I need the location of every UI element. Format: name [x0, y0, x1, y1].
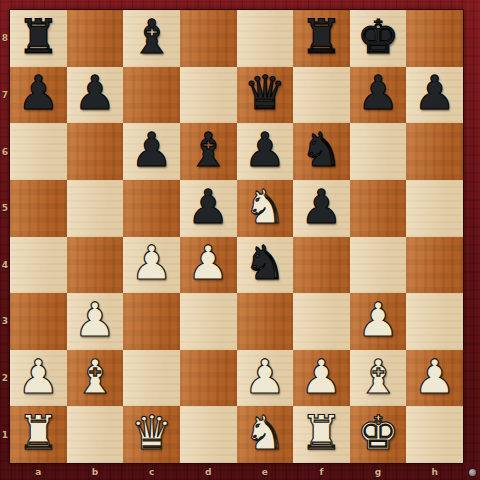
piece-black-rook-f8[interactable]: ♜: [300, 13, 342, 60]
piece-black-pawn-c6[interactable]: ♟: [130, 126, 172, 173]
rank-label-6: 6: [0, 123, 10, 180]
square-b1[interactable]: [67, 406, 124, 463]
square-g3[interactable]: ♟: [350, 293, 407, 350]
square-h7[interactable]: ♟: [406, 67, 463, 124]
corner-dot: [469, 469, 476, 476]
square-c3[interactable]: [123, 293, 180, 350]
square-d2[interactable]: [180, 350, 237, 407]
chess-board-frame: ♜♝♜♚♟♟♛♟♟♟♝♟♞♟♞♟♟♟♞♟♟♟♝♟♟♝♟♜♛♞♜♚ 8765432…: [0, 0, 480, 480]
square-g6[interactable]: [350, 123, 407, 180]
square-f8[interactable]: ♜: [293, 10, 350, 67]
square-c8[interactable]: ♝: [123, 10, 180, 67]
piece-black-pawn-g7[interactable]: ♟: [357, 69, 399, 116]
square-c6[interactable]: ♟: [123, 123, 180, 180]
square-g5[interactable]: [350, 180, 407, 237]
square-g4[interactable]: [350, 237, 407, 294]
square-c5[interactable]: [123, 180, 180, 237]
piece-white-pawn-f2[interactable]: ♟: [300, 353, 342, 400]
square-h3[interactable]: [406, 293, 463, 350]
chess-board: ♜♝♜♚♟♟♛♟♟♟♝♟♞♟♞♟♟♟♞♟♟♟♝♟♟♝♟♜♛♞♜♚: [10, 10, 463, 463]
piece-white-queen-c1[interactable]: ♛: [130, 409, 172, 456]
square-b6[interactable]: [67, 123, 124, 180]
square-h2[interactable]: ♟: [406, 350, 463, 407]
square-a8[interactable]: ♜: [10, 10, 67, 67]
piece-black-pawn-f5[interactable]: ♟: [300, 183, 342, 230]
square-c7[interactable]: [123, 67, 180, 124]
square-e4[interactable]: ♞: [237, 237, 294, 294]
file-label-d: d: [180, 463, 237, 480]
piece-white-rook-a1[interactable]: ♜: [17, 409, 59, 456]
piece-white-pawn-e2[interactable]: ♟: [244, 353, 286, 400]
square-d4[interactable]: ♟: [180, 237, 237, 294]
piece-black-queen-e7[interactable]: ♛: [244, 69, 286, 116]
square-h6[interactable]: [406, 123, 463, 180]
square-a2[interactable]: ♟: [10, 350, 67, 407]
piece-white-pawn-h2[interactable]: ♟: [414, 353, 456, 400]
square-f2[interactable]: ♟: [293, 350, 350, 407]
square-b2[interactable]: ♝: [67, 350, 124, 407]
square-d7[interactable]: [180, 67, 237, 124]
rank-label-5: 5: [0, 180, 10, 237]
file-label-g: g: [350, 463, 407, 480]
square-b7[interactable]: ♟: [67, 67, 124, 124]
file-label-a: a: [10, 463, 67, 480]
square-f5[interactable]: ♟: [293, 180, 350, 237]
file-label-b: b: [67, 463, 124, 480]
piece-black-pawn-d5[interactable]: ♟: [187, 183, 229, 230]
file-label-c: c: [123, 463, 180, 480]
square-b5[interactable]: [67, 180, 124, 237]
rank-label-3: 3: [0, 293, 10, 350]
piece-white-bishop-g2[interactable]: ♝: [357, 353, 399, 400]
square-a6[interactable]: [10, 123, 67, 180]
square-c1[interactable]: ♛: [123, 406, 180, 463]
square-d5[interactable]: ♟: [180, 180, 237, 237]
square-a4[interactable]: [10, 237, 67, 294]
piece-black-bishop-c8[interactable]: ♝: [130, 13, 172, 60]
rank-label-4: 4: [0, 237, 10, 294]
rank-label-2: 2: [0, 350, 10, 407]
piece-black-pawn-h7[interactable]: ♟: [414, 69, 456, 116]
square-f4[interactable]: [293, 237, 350, 294]
square-a1[interactable]: ♜: [10, 406, 67, 463]
piece-black-bishop-d6[interactable]: ♝: [187, 126, 229, 173]
square-e8[interactable]: [237, 10, 294, 67]
square-f6[interactable]: ♞: [293, 123, 350, 180]
piece-white-pawn-d4[interactable]: ♟: [187, 239, 229, 286]
square-a3[interactable]: [10, 293, 67, 350]
piece-white-bishop-b2[interactable]: ♝: [74, 353, 116, 400]
square-f7[interactable]: [293, 67, 350, 124]
piece-black-knight-e4[interactable]: ♞: [244, 239, 286, 286]
piece-black-pawn-e6[interactable]: ♟: [244, 126, 286, 173]
piece-black-pawn-a7[interactable]: ♟: [17, 69, 59, 116]
rank-label-8: 8: [0, 10, 10, 67]
piece-white-pawn-a2[interactable]: ♟: [17, 353, 59, 400]
square-a7[interactable]: ♟: [10, 67, 67, 124]
rank-labels: 87654321: [0, 10, 10, 463]
square-c4[interactable]: ♟: [123, 237, 180, 294]
square-e7[interactable]: ♛: [237, 67, 294, 124]
piece-white-king-g1[interactable]: ♚: [357, 409, 399, 456]
square-e2[interactable]: ♟: [237, 350, 294, 407]
piece-black-rook-a8[interactable]: ♜: [17, 13, 59, 60]
piece-white-knight-e1[interactable]: ♞: [244, 409, 286, 456]
piece-white-pawn-c4[interactable]: ♟: [130, 239, 172, 286]
rank-label-7: 7: [0, 67, 10, 124]
square-b4[interactable]: [67, 237, 124, 294]
piece-black-king-g8[interactable]: ♚: [357, 13, 399, 60]
piece-white-knight-e5[interactable]: ♞: [244, 183, 286, 230]
square-c2[interactable]: [123, 350, 180, 407]
square-h5[interactable]: [406, 180, 463, 237]
piece-black-knight-f6[interactable]: ♞: [300, 126, 342, 173]
square-f3[interactable]: [293, 293, 350, 350]
square-h4[interactable]: [406, 237, 463, 294]
file-labels: abcdefgh: [10, 463, 463, 480]
square-a5[interactable]: [10, 180, 67, 237]
square-d1[interactable]: [180, 406, 237, 463]
square-h8[interactable]: [406, 10, 463, 67]
piece-white-pawn-b3[interactable]: ♟: [74, 296, 116, 343]
square-d8[interactable]: [180, 10, 237, 67]
square-e3[interactable]: [237, 293, 294, 350]
piece-black-pawn-b7[interactable]: ♟: [74, 69, 116, 116]
file-label-e: e: [237, 463, 294, 480]
piece-white-pawn-g3[interactable]: ♟: [357, 296, 399, 343]
file-label-h: h: [406, 463, 463, 480]
file-label-f: f: [293, 463, 350, 480]
square-d6[interactable]: ♝: [180, 123, 237, 180]
piece-white-rook-f1[interactable]: ♜: [300, 409, 342, 456]
square-e1[interactable]: ♞: [237, 406, 294, 463]
square-d3[interactable]: [180, 293, 237, 350]
square-e5[interactable]: ♞: [237, 180, 294, 237]
square-g1[interactable]: ♚: [350, 406, 407, 463]
square-g8[interactable]: ♚: [350, 10, 407, 67]
square-e6[interactable]: ♟: [237, 123, 294, 180]
square-h1[interactable]: [406, 406, 463, 463]
square-b8[interactable]: [67, 10, 124, 67]
square-b3[interactable]: ♟: [67, 293, 124, 350]
square-g7[interactable]: ♟: [350, 67, 407, 124]
square-g2[interactable]: ♝: [350, 350, 407, 407]
square-f1[interactable]: ♜: [293, 406, 350, 463]
rank-label-1: 1: [0, 406, 10, 463]
